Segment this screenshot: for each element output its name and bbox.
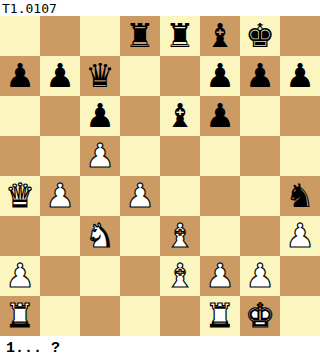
piece-white-pawn[interactable]: ♟ [205, 256, 235, 296]
square-e5[interactable] [160, 136, 200, 176]
square-d4[interactable]: ♟ [120, 176, 160, 216]
piece-black-pawn[interactable]: ♟ [85, 96, 115, 136]
square-h5[interactable] [280, 136, 320, 176]
square-h8[interactable] [280, 16, 320, 56]
square-c2[interactable] [80, 256, 120, 296]
square-f4[interactable] [200, 176, 240, 216]
square-g8[interactable]: ♚ [240, 16, 280, 56]
square-g5[interactable] [240, 136, 280, 176]
piece-black-pawn[interactable]: ♟ [5, 56, 35, 96]
square-a2[interactable]: ♟ [0, 256, 40, 296]
square-h2[interactable] [280, 256, 320, 296]
piece-black-rook[interactable]: ♜ [125, 16, 155, 56]
square-f7[interactable]: ♟ [200, 56, 240, 96]
piece-white-knight[interactable]: ♞ [85, 216, 115, 256]
piece-white-pawn[interactable]: ♟ [245, 256, 275, 296]
piece-white-king[interactable]: ♚ [245, 296, 275, 336]
piece-black-pawn[interactable]: ♟ [45, 56, 75, 96]
square-a6[interactable] [0, 96, 40, 136]
square-a4[interactable]: ♛ [0, 176, 40, 216]
square-g6[interactable] [240, 96, 280, 136]
square-h4[interactable]: ♞ [280, 176, 320, 216]
piece-black-pawn[interactable]: ♟ [205, 56, 235, 96]
square-d8[interactable]: ♜ [120, 16, 160, 56]
move-prompt: 1... ? [0, 336, 320, 360]
piece-black-rook[interactable]: ♜ [165, 16, 195, 56]
piece-white-pawn[interactable]: ♟ [45, 176, 75, 216]
square-b4[interactable]: ♟ [40, 176, 80, 216]
square-c7[interactable]: ♛ [80, 56, 120, 96]
puzzle-title: T1.0107 [0, 0, 320, 16]
square-d7[interactable] [120, 56, 160, 96]
piece-white-pawn[interactable]: ♟ [85, 136, 115, 176]
square-f8[interactable]: ♝ [200, 16, 240, 56]
square-g2[interactable]: ♟ [240, 256, 280, 296]
piece-white-bishop[interactable]: ♝ [165, 256, 195, 296]
piece-white-rook[interactable]: ♜ [5, 296, 35, 336]
square-d6[interactable] [120, 96, 160, 136]
square-c1[interactable] [80, 296, 120, 336]
square-e3[interactable]: ♝ [160, 216, 200, 256]
square-c5[interactable]: ♟ [80, 136, 120, 176]
chess-board: ♜♜♝♚♟♟♛♟♟♟♟♝♟♟♛♟♟♞♞♝♟♟♝♟♟♜♜♚ [0, 16, 320, 336]
square-f1[interactable]: ♜ [200, 296, 240, 336]
piece-white-pawn[interactable]: ♟ [285, 216, 315, 256]
square-b6[interactable] [40, 96, 80, 136]
square-f3[interactable] [200, 216, 240, 256]
piece-white-queen[interactable]: ♛ [5, 176, 35, 216]
square-a8[interactable] [0, 16, 40, 56]
piece-white-pawn[interactable]: ♟ [125, 176, 155, 216]
piece-black-queen[interactable]: ♛ [85, 56, 115, 96]
piece-black-pawn[interactable]: ♟ [285, 56, 315, 96]
square-c3[interactable]: ♞ [80, 216, 120, 256]
square-a1[interactable]: ♜ [0, 296, 40, 336]
square-f6[interactable]: ♟ [200, 96, 240, 136]
square-c4[interactable] [80, 176, 120, 216]
square-a3[interactable] [0, 216, 40, 256]
square-b1[interactable] [40, 296, 80, 336]
square-g1[interactable]: ♚ [240, 296, 280, 336]
square-f5[interactable] [200, 136, 240, 176]
square-g3[interactable] [240, 216, 280, 256]
square-g4[interactable] [240, 176, 280, 216]
square-c6[interactable]: ♟ [80, 96, 120, 136]
square-d1[interactable] [120, 296, 160, 336]
square-b5[interactable] [40, 136, 80, 176]
piece-black-bishop[interactable]: ♝ [165, 96, 195, 136]
square-b8[interactable] [40, 16, 80, 56]
square-a5[interactable] [0, 136, 40, 176]
square-e8[interactable]: ♜ [160, 16, 200, 56]
square-e7[interactable] [160, 56, 200, 96]
square-c8[interactable] [80, 16, 120, 56]
piece-black-king[interactable]: ♚ [245, 16, 275, 56]
square-h7[interactable]: ♟ [280, 56, 320, 96]
square-e6[interactable]: ♝ [160, 96, 200, 136]
piece-black-knight[interactable]: ♞ [285, 176, 315, 216]
square-d2[interactable] [120, 256, 160, 296]
square-e1[interactable] [160, 296, 200, 336]
square-b3[interactable] [40, 216, 80, 256]
square-d5[interactable] [120, 136, 160, 176]
piece-black-pawn[interactable]: ♟ [205, 96, 235, 136]
square-e4[interactable] [160, 176, 200, 216]
square-h1[interactable] [280, 296, 320, 336]
square-e2[interactable]: ♝ [160, 256, 200, 296]
square-b2[interactable] [40, 256, 80, 296]
piece-white-rook[interactable]: ♜ [205, 296, 235, 336]
square-a7[interactable]: ♟ [0, 56, 40, 96]
square-h6[interactable] [280, 96, 320, 136]
piece-black-pawn[interactable]: ♟ [245, 56, 275, 96]
square-b7[interactable]: ♟ [40, 56, 80, 96]
square-f2[interactable]: ♟ [200, 256, 240, 296]
piece-white-bishop[interactable]: ♝ [165, 216, 195, 256]
square-g7[interactable]: ♟ [240, 56, 280, 96]
piece-black-bishop[interactable]: ♝ [205, 16, 235, 56]
square-d3[interactable] [120, 216, 160, 256]
square-h3[interactable]: ♟ [280, 216, 320, 256]
piece-white-pawn[interactable]: ♟ [5, 256, 35, 296]
